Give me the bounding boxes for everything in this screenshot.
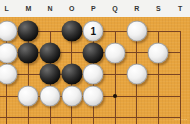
white-stone-p16 xyxy=(83,86,104,107)
coordinate-label-n: N xyxy=(48,4,53,13)
move-number-label: 1 xyxy=(91,26,97,36)
white-stone-m16 xyxy=(18,86,39,107)
white-stone-o16 xyxy=(61,86,82,107)
black-stone-o19 xyxy=(61,21,82,42)
black-stone-n17 xyxy=(40,64,61,85)
black-stone-m19 xyxy=(18,21,39,42)
coordinate-label-q: Q xyxy=(112,4,117,13)
white-stone-q18 xyxy=(105,42,126,63)
watermark: ⋯⋯ xyxy=(174,116,188,122)
go-board-diagram: LMNOPQRST ⋯⋯ 1 xyxy=(0,0,190,124)
coordinate-label-t: T xyxy=(178,4,182,13)
coordinate-label-s: S xyxy=(156,4,161,13)
white-stone-p17 xyxy=(83,64,104,85)
coordinate-label-p: P xyxy=(91,4,96,13)
white-stone-s18 xyxy=(148,42,169,63)
coordinate-label-l: L xyxy=(5,4,9,13)
coordinate-label-o: O xyxy=(69,4,74,13)
coordinate-label-r: R xyxy=(134,4,139,13)
grid-vertical-line-t xyxy=(180,31,181,124)
coordinate-strip: LMNOPQRST xyxy=(0,0,190,17)
black-stone-p18 xyxy=(83,42,104,63)
white-stone-r17 xyxy=(126,64,147,85)
black-stone-n18 xyxy=(40,42,61,63)
white-stone-r19 xyxy=(126,21,147,42)
black-stone-m18 xyxy=(18,42,39,63)
star-point-q16 xyxy=(113,94,117,98)
grid-horizontal-line-15 xyxy=(0,117,181,118)
coordinate-label-m: M xyxy=(25,4,31,13)
white-stone-p19: 1 xyxy=(83,21,104,42)
white-stone-l17 xyxy=(0,64,17,85)
white-stone-l18 xyxy=(0,42,17,63)
black-stone-o17 xyxy=(61,64,82,85)
white-stone-n16 xyxy=(40,86,61,107)
white-stone-l19 xyxy=(0,21,17,42)
